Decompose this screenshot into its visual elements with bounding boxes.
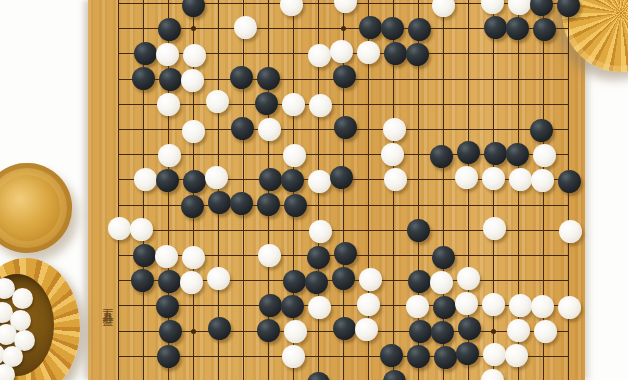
white-stone-8-9[interactable] <box>283 144 306 167</box>
black-stone-14-13[interactable] <box>432 246 455 269</box>
black-stone-19-10[interactable] <box>558 170 581 193</box>
black-stone-3-17[interactable] <box>157 345 180 368</box>
white-stone-17-15[interactable] <box>509 294 532 317</box>
black-stone-8-14[interactable] <box>283 270 306 293</box>
black-stone-14-17[interactable] <box>434 346 457 369</box>
black-stone-2-6[interactable] <box>132 67 155 90</box>
white-stone-16-17[interactable] <box>483 343 506 366</box>
black-stone-8-10[interactable] <box>281 169 304 192</box>
black-stone-3-4[interactable] <box>158 18 181 41</box>
black-stone-17-9[interactable] <box>506 143 529 166</box>
black-stone-15-9[interactable] <box>457 141 480 164</box>
black-stone-16-4[interactable] <box>484 16 507 39</box>
black-stone-8-15[interactable] <box>281 295 304 318</box>
white-stone-15-10[interactable] <box>455 166 478 189</box>
black-stone-15-17[interactable] <box>456 342 479 365</box>
white-stone-14-3[interactable] <box>432 0 455 17</box>
white-stone-11-5[interactable] <box>357 41 380 64</box>
black-stone-3-10[interactable] <box>156 169 179 192</box>
white-stone-9-12[interactable] <box>309 220 332 243</box>
black-stone-19-3[interactable] <box>557 0 580 17</box>
white-stone-19-12[interactable] <box>559 220 582 243</box>
white-stone-2-10[interactable] <box>134 168 157 191</box>
white-stone-9-7[interactable] <box>309 94 332 117</box>
white-stone-8-7[interactable] <box>282 93 305 116</box>
white-stone-12-10[interactable] <box>384 168 407 191</box>
white-stone-18-15[interactable] <box>531 295 554 318</box>
white-stone-5-14[interactable] <box>207 267 230 290</box>
black-stone-13-14[interactable] <box>408 270 431 293</box>
black-stone-10-10[interactable] <box>330 166 353 189</box>
black-stone-10-6[interactable] <box>333 65 356 88</box>
white-stone-18-10[interactable] <box>531 169 554 192</box>
black-stone-18-8[interactable] <box>530 119 553 142</box>
white-stone-7-13[interactable] <box>258 244 281 267</box>
black-stone-10-8[interactable] <box>334 116 357 139</box>
white-stone-13-15[interactable] <box>406 295 429 318</box>
black-stone-13-17[interactable] <box>407 345 430 368</box>
white-stone-5-10[interactable] <box>205 166 228 189</box>
maker-stamp: 五五碁盤 <box>99 300 115 378</box>
white-stone-3-7[interactable] <box>157 93 180 116</box>
white-stone-6-4[interactable] <box>234 16 257 39</box>
white-stone-15-14[interactable] <box>457 267 480 290</box>
white-stone-2-12[interactable] <box>130 218 153 241</box>
white-stone-3-5[interactable] <box>156 43 179 66</box>
black-stone-7-16[interactable] <box>257 319 280 342</box>
black-stone-3-15[interactable] <box>156 295 179 318</box>
black-stone-16-9[interactable] <box>484 142 507 165</box>
black-stone-7-6[interactable] <box>257 67 280 90</box>
black-stone-14-16[interactable] <box>431 321 454 344</box>
white-stone-16-12[interactable] <box>483 217 506 240</box>
black-stone-13-4[interactable] <box>408 18 431 41</box>
white-stone-5-7[interactable] <box>206 90 229 113</box>
white-stone-4-5[interactable] <box>183 44 206 67</box>
black-stone-3-16[interactable] <box>159 320 182 343</box>
white-stone-9-10[interactable] <box>308 170 331 193</box>
white-stone-18-9[interactable] <box>533 144 556 167</box>
black-stone-14-9[interactable] <box>430 145 453 168</box>
black-stone-13-12[interactable] <box>407 219 430 242</box>
black-stone-4-3[interactable] <box>182 0 205 17</box>
black-stone-7-11[interactable] <box>257 193 280 216</box>
black-stone-7-7[interactable] <box>255 92 278 115</box>
black-stone-7-10[interactable] <box>259 168 282 191</box>
black-stone-18-4[interactable] <box>533 18 556 41</box>
white-stone-17-10[interactable] <box>509 168 532 191</box>
black-stone-14-15[interactable] <box>433 296 456 319</box>
grid-line-vertical <box>118 0 119 380</box>
white-stone-8-17[interactable] <box>282 345 305 368</box>
white-stone-9-15[interactable] <box>308 296 331 319</box>
black-stone-5-16[interactable] <box>208 317 231 340</box>
bowl-lid[interactable] <box>0 163 72 253</box>
white-stone-9-5[interactable] <box>308 44 331 67</box>
black-stone-10-16[interactable] <box>333 317 356 340</box>
grid-line-vertical <box>243 0 244 380</box>
white-stone-15-15[interactable] <box>455 292 478 315</box>
white-stone-18-16[interactable] <box>534 320 557 343</box>
black-stone-10-14[interactable] <box>332 267 355 290</box>
black-stone-13-5[interactable] <box>406 43 429 66</box>
grid-line-horizontal <box>118 104 568 105</box>
black-stone-5-11[interactable] <box>208 191 231 214</box>
black-stone-6-6[interactable] <box>230 66 253 89</box>
black-stone-15-16[interactable] <box>458 317 481 340</box>
white-stone-3-9[interactable] <box>158 144 181 167</box>
black-stone-6-11[interactable] <box>230 192 253 215</box>
black-stone-2-14[interactable] <box>131 269 154 292</box>
black-stone-9-14[interactable] <box>305 271 328 294</box>
white-stone-16-10[interactable] <box>482 167 505 190</box>
black-stone-2-5[interactable] <box>134 42 157 65</box>
black-stone-8-11[interactable] <box>284 194 307 217</box>
black-stone-7-15[interactable] <box>259 294 282 317</box>
white-stone-4-8[interactable] <box>182 120 205 143</box>
bowl-white-stone-2 <box>12 288 33 309</box>
white-stone-12-9[interactable] <box>381 143 404 166</box>
grid-line-vertical <box>493 0 494 380</box>
black-stone-11-4[interactable] <box>359 16 382 39</box>
white-stone-7-8[interactable] <box>258 118 281 141</box>
white-stone-1-12[interactable] <box>108 217 131 240</box>
white-stone-16-15[interactable] <box>482 293 505 316</box>
black-stone-13-16[interactable] <box>409 320 432 343</box>
black-stone-3-6[interactable] <box>159 68 182 91</box>
white-stone-4-14[interactable] <box>180 271 203 294</box>
black-stone-6-8[interactable] <box>231 117 254 140</box>
black-stone-17-4[interactable] <box>506 17 529 40</box>
black-stone-12-17[interactable] <box>380 344 403 367</box>
white-stone-10-5[interactable] <box>330 40 353 63</box>
black-stone-10-13[interactable] <box>334 242 357 265</box>
white-stone-19-15[interactable] <box>558 296 581 319</box>
white-stone-8-16[interactable] <box>284 320 307 343</box>
go-game-photo: 五五碁盤 <box>0 0 628 380</box>
star-point <box>491 329 496 334</box>
white-stone-17-17[interactable] <box>505 344 528 367</box>
white-stone-17-16[interactable] <box>507 319 530 342</box>
black-stone-4-10[interactable] <box>183 170 206 193</box>
black-stone-3-14[interactable] <box>158 270 181 293</box>
white-stone-12-8[interactable] <box>383 118 406 141</box>
white-stone-11-15[interactable] <box>357 293 380 316</box>
black-stone-12-5[interactable] <box>384 42 407 65</box>
white-stone-4-6[interactable] <box>181 69 204 92</box>
black-stone-12-4[interactable] <box>381 17 404 40</box>
white-stone-4-13[interactable] <box>182 246 205 269</box>
white-stone-11-16[interactable] <box>355 318 378 341</box>
black-stone-4-11[interactable] <box>181 195 204 218</box>
white-stone-bowl[interactable] <box>0 258 80 380</box>
white-stone-14-14[interactable] <box>430 271 453 294</box>
white-stone-3-13[interactable] <box>155 245 178 268</box>
star-point <box>191 329 196 334</box>
black-stone-2-13[interactable] <box>133 244 156 267</box>
white-stone-11-14[interactable] <box>359 268 382 291</box>
black-stone-9-13[interactable] <box>307 246 330 269</box>
